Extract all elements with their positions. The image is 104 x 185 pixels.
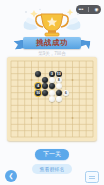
black-stone [42, 90, 48, 96]
white-stone: 6 [63, 90, 69, 96]
capsule-divider [88, 7, 89, 12]
exit-icon[interactable]: ◉ [95, 5, 99, 14]
banner-ribbon: 挑战成功 [23, 37, 81, 49]
white-stone [56, 96, 62, 102]
level-subtitle: 第9关，7回合 [0, 51, 104, 56]
next-level-button[interactable]: 下一关 [35, 149, 69, 160]
white-stone [49, 90, 55, 96]
black-stone [56, 90, 62, 96]
share-icon[interactable]: ❮ [5, 170, 17, 182]
banner-text: 挑战成功 [36, 37, 68, 49]
white-stone: 8 [56, 77, 62, 83]
black-stone: 3 [49, 71, 55, 77]
gomoku-board: 31384106 [7, 57, 97, 141]
feedback-icon[interactable] [85, 171, 99, 183]
view-group-ranking-button[interactable]: 查看群排名 [32, 164, 72, 174]
black-stone: 13 [56, 71, 62, 77]
result-screen: ••• ◉ [0, 0, 104, 185]
